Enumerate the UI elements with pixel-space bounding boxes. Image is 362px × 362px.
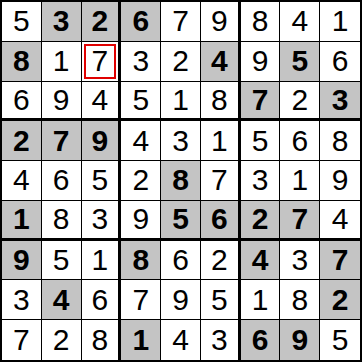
entered-digit: 6: [332, 46, 349, 76]
given-digit: 2: [13, 126, 30, 156]
cell-r6c8[interactable]: 7: [280, 201, 320, 241]
entered-digit: 7: [92, 46, 109, 76]
cell-r3c9[interactable]: 3: [320, 82, 360, 122]
given-digit: 1: [132, 325, 149, 355]
entered-digit: 3: [132, 46, 149, 76]
cell-r1c3[interactable]: 2: [82, 2, 122, 42]
given-digit: 6: [252, 325, 269, 355]
cell-r7c4[interactable]: 8: [121, 241, 161, 281]
entered-digit: 4: [172, 325, 189, 355]
cell-r1c4[interactable]: 6: [121, 2, 161, 42]
cell-r4c6[interactable]: 1: [201, 121, 241, 161]
cell-r6c3[interactable]: 3: [82, 201, 122, 241]
entered-digit: 6: [53, 165, 70, 195]
entered-digit: 8: [53, 204, 70, 234]
cell-r3c2[interactable]: 9: [42, 82, 82, 122]
entered-digit: 2: [211, 245, 228, 275]
entered-digit: 8: [211, 85, 228, 115]
entered-digit: 5: [92, 165, 109, 195]
cell-r6c1[interactable]: 1: [2, 201, 42, 241]
cell-r1c5[interactable]: 7: [161, 2, 201, 42]
entered-digit: 5: [332, 325, 349, 355]
entered-digit: 8: [291, 285, 308, 315]
given-digit: 6: [211, 204, 228, 234]
entered-digit: 9: [252, 46, 269, 76]
cell-r6c9[interactable]: 4: [320, 201, 360, 241]
entered-digit: 4: [92, 85, 109, 115]
cell-r1c2[interactable]: 3: [42, 2, 82, 42]
cell-r4c8[interactable]: 6: [280, 121, 320, 161]
cell-r1c7[interactable]: 8: [241, 2, 281, 42]
given-digit: 4: [252, 245, 269, 275]
cell-r6c2[interactable]: 8: [42, 201, 82, 241]
entered-digit: 5: [53, 245, 70, 275]
given-digit: 8: [13, 46, 30, 76]
entered-digit: 3: [211, 325, 228, 355]
given-digit: 9: [92, 126, 109, 156]
cell-r5c3[interactable]: 5: [82, 161, 122, 201]
cell-r2c6[interactable]: 4: [201, 42, 241, 82]
cell-r3c7[interactable]: 7: [241, 82, 281, 122]
cell-r1c1[interactable]: 5: [2, 2, 42, 42]
entered-digit: 4: [291, 6, 308, 36]
cell-r6c4[interactable]: 9: [121, 201, 161, 241]
given-digit: 7: [53, 126, 70, 156]
cell-r9c8[interactable]: 9: [280, 320, 320, 360]
cell-r7c2[interactable]: 5: [42, 241, 82, 281]
cell-r9c5[interactable]: 4: [161, 320, 201, 360]
entered-digit: 1: [172, 85, 189, 115]
cell-r3c1[interactable]: 6: [2, 82, 42, 122]
cell-r4c2[interactable]: 7: [42, 121, 82, 161]
cell-r8c3[interactable]: 6: [82, 280, 122, 320]
cell-r6c7[interactable]: 2: [241, 201, 281, 241]
entered-digit: 1: [53, 46, 70, 76]
given-digit: 5: [172, 204, 189, 234]
entered-digit: 8: [92, 325, 109, 355]
given-digit: 2: [252, 204, 269, 234]
given-digit: 7: [252, 85, 269, 115]
cell-r8c6[interactable]: 5: [201, 280, 241, 320]
cell-r4c9[interactable]: 8: [320, 121, 360, 161]
cell-r9c2[interactable]: 2: [42, 320, 82, 360]
cell-r5c7[interactable]: 3: [241, 161, 281, 201]
cell-r6c6[interactable]: 6: [201, 201, 241, 241]
cell-r8c9[interactable]: 2: [320, 280, 360, 320]
given-digit: 7: [291, 204, 308, 234]
selection-cursor: [84, 44, 117, 79]
cell-r8c1[interactable]: 3: [2, 280, 42, 320]
entered-digit: 3: [252, 165, 269, 195]
given-digit: 6: [132, 6, 149, 36]
given-digit: 4: [53, 285, 70, 315]
cell-r8c8[interactable]: 8: [280, 280, 320, 320]
entered-digit: 7: [13, 325, 30, 355]
cell-r4c4[interactable]: 4: [121, 121, 161, 161]
cell-r5c5[interactable]: 8: [161, 161, 201, 201]
entered-digit: 9: [132, 204, 149, 234]
given-digit: 9: [291, 325, 308, 355]
given-digit: 8: [172, 165, 189, 195]
entered-digit: 7: [132, 285, 149, 315]
entered-digit: 5: [252, 126, 269, 156]
entered-digit: 5: [211, 285, 228, 315]
given-digit: 2: [332, 285, 349, 315]
cell-r2c4[interactable]: 3: [121, 42, 161, 82]
cell-r4c3[interactable]: 9: [82, 121, 122, 161]
cell-r3c8[interactable]: 2: [280, 82, 320, 122]
cell-r2c5[interactable]: 2: [161, 42, 201, 82]
entered-digit: 1: [291, 165, 308, 195]
cell-r1c8[interactable]: 4: [280, 2, 320, 42]
cell-r2c7[interactable]: 9: [241, 42, 281, 82]
cell-r9c9[interactable]: 5: [320, 320, 360, 360]
cell-r2c8[interactable]: 5: [280, 42, 320, 82]
entered-digit: 3: [92, 204, 109, 234]
cell-r2c2[interactable]: 1: [42, 42, 82, 82]
entered-digit: 1: [252, 285, 269, 315]
cell-r3c3[interactable]: 4: [82, 82, 122, 122]
cell-r1c6[interactable]: 9: [201, 2, 241, 42]
given-digit: 8: [132, 245, 149, 275]
entered-digit: 2: [132, 165, 149, 195]
entered-digit: 7: [211, 165, 228, 195]
entered-digit: 8: [332, 126, 349, 156]
entered-digit: 4: [332, 204, 349, 234]
given-digit: 7: [332, 245, 349, 275]
given-digit: 3: [332, 85, 349, 115]
cell-r4c7[interactable]: 5: [241, 121, 281, 161]
cell-r5c2[interactable]: 6: [42, 161, 82, 201]
cell-r7c9[interactable]: 7: [320, 241, 360, 281]
entered-digit: 1: [332, 6, 349, 36]
cell-r9c4[interactable]: 1: [121, 320, 161, 360]
cell-r2c3[interactable]: 7: [82, 42, 122, 82]
given-digit: 9: [13, 245, 30, 275]
entered-digit: 2: [172, 46, 189, 76]
cell-r7c7[interactable]: 4: [241, 241, 281, 281]
entered-digit: 8: [252, 6, 269, 36]
cell-r3c5[interactable]: 1: [161, 82, 201, 122]
cell-r1c9[interactable]: 1: [320, 2, 360, 42]
cell-r8c5[interactable]: 9: [161, 280, 201, 320]
cell-r8c7[interactable]: 1: [241, 280, 281, 320]
cell-r4c1[interactable]: 2: [2, 121, 42, 161]
entered-digit: 5: [132, 85, 149, 115]
given-digit: 2: [92, 6, 109, 36]
cell-r5c6[interactable]: 7: [201, 161, 241, 201]
cell-r5c9[interactable]: 9: [320, 161, 360, 201]
cell-r2c9[interactable]: 6: [320, 42, 360, 82]
entered-digit: 1: [211, 126, 228, 156]
cell-r3c4[interactable]: 5: [121, 82, 161, 122]
entered-digit: 9: [172, 285, 189, 315]
given-digit: 5: [291, 46, 308, 76]
entered-digit: 9: [211, 6, 228, 36]
entered-digit: 2: [291, 85, 308, 115]
cell-r7c6[interactable]: 2: [201, 241, 241, 281]
entered-digit: 4: [132, 126, 149, 156]
cell-r7c5[interactable]: 6: [161, 241, 201, 281]
entered-digit: 6: [291, 126, 308, 156]
given-digit: 4: [211, 46, 228, 76]
cell-r3c6[interactable]: 8: [201, 82, 241, 122]
cell-r9c3[interactable]: 8: [82, 320, 122, 360]
cell-r7c1[interactable]: 9: [2, 241, 42, 281]
cell-r6c5[interactable]: 5: [161, 201, 201, 241]
given-digit: 3: [53, 6, 70, 36]
entered-digit: 1: [92, 245, 109, 275]
entered-digit: 7: [172, 6, 189, 36]
cell-r9c6[interactable]: 3: [201, 320, 241, 360]
entered-digit: 4: [13, 165, 30, 195]
entered-digit: 6: [13, 85, 30, 115]
cell-r4c5[interactable]: 3: [161, 121, 201, 161]
cell-r9c7[interactable]: 6: [241, 320, 281, 360]
cell-r7c8[interactable]: 3: [280, 241, 320, 281]
cell-r8c4[interactable]: 7: [121, 280, 161, 320]
entered-digit: 5: [13, 6, 30, 36]
entered-digit: 2: [53, 325, 70, 355]
cell-r9c1[interactable]: 7: [2, 320, 42, 360]
entered-digit: 6: [92, 285, 109, 315]
sudoku-grid: 5326798418173249566945187232794315684652…: [0, 0, 362, 362]
cell-r8c2[interactable]: 4: [42, 280, 82, 320]
cell-r2c1[interactable]: 8: [2, 42, 42, 82]
cell-r7c3[interactable]: 1: [82, 241, 122, 281]
given-digit: 1: [13, 204, 30, 234]
cell-r5c1[interactable]: 4: [2, 161, 42, 201]
entered-digit: 3: [172, 126, 189, 156]
entered-digit: 3: [13, 285, 30, 315]
entered-digit: 3: [291, 245, 308, 275]
cell-r5c8[interactable]: 1: [280, 161, 320, 201]
entered-digit: 9: [53, 85, 70, 115]
entered-digit: 6: [172, 245, 189, 275]
cell-r5c4[interactable]: 2: [121, 161, 161, 201]
entered-digit: 9: [332, 165, 349, 195]
